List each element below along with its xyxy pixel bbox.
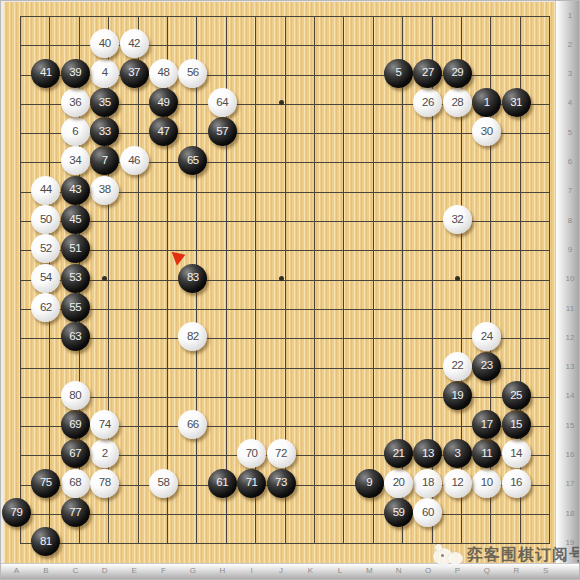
stone-number: 22 — [451, 360, 463, 372]
stone-40-white[interactable]: 40 — [90, 29, 119, 58]
stone-number: 49 — [158, 97, 170, 109]
stone-number: 15 — [510, 419, 522, 431]
column-label-H: H — [219, 567, 225, 575]
stone-47-black[interactable]: 47 — [149, 117, 178, 146]
column-label-G: G — [190, 567, 196, 575]
row-label-7: 7 — [562, 187, 578, 195]
stone-81-black[interactable]: 81 — [31, 527, 60, 556]
stone-number: 35 — [99, 97, 111, 109]
stone-75-black[interactable]: 75 — [31, 469, 60, 498]
stone-30-white[interactable]: 30 — [472, 117, 501, 146]
stone-55-black[interactable]: 55 — [61, 293, 90, 322]
stone-78-white[interactable]: 78 — [90, 469, 119, 498]
stone-26-white[interactable]: 26 — [413, 88, 442, 117]
row-label-10: 10 — [562, 275, 578, 283]
stone-number: 14 — [510, 448, 522, 460]
stone-number: 31 — [510, 97, 522, 109]
stone-number: 66 — [187, 419, 199, 431]
stone-number: 44 — [40, 184, 52, 196]
stone-62-white[interactable]: 62 — [31, 293, 60, 322]
yike-logo-icon — [431, 542, 467, 568]
stone-36-white[interactable]: 36 — [61, 88, 90, 117]
stone-14-white[interactable]: 14 — [502, 439, 531, 468]
stone-number: 55 — [69, 302, 81, 314]
stone-number: 56 — [187, 67, 199, 79]
row-coordinate-strip — [555, 1, 580, 580]
stone-11-black[interactable]: 11 — [472, 439, 501, 468]
stone-number: 13 — [422, 448, 434, 460]
stone-number: 33 — [99, 126, 111, 138]
stone-number: 83 — [187, 272, 199, 284]
stone-number: 80 — [69, 390, 81, 402]
watermark-text: 弈客围棋订阅号 — [467, 545, 580, 566]
stone-3-black[interactable]: 3 — [443, 439, 472, 468]
stone-51-black[interactable]: 51 — [61, 234, 90, 263]
stone-27-black[interactable]: 27 — [413, 59, 442, 88]
stone-66-white[interactable]: 66 — [178, 410, 207, 439]
stone-43-black[interactable]: 43 — [61, 176, 90, 205]
stone-32-white[interactable]: 32 — [443, 205, 472, 234]
stone-number: 63 — [69, 331, 81, 343]
row-label-6: 6 — [562, 158, 578, 166]
stone-2-white[interactable]: 2 — [90, 439, 119, 468]
watermark: 弈客围棋订阅号 — [431, 541, 580, 569]
column-label-A: A — [14, 567, 19, 575]
stone-29-black[interactable]: 29 — [443, 59, 472, 88]
stone-number: 2 — [102, 448, 108, 460]
stone-number: 40 — [99, 38, 111, 50]
stone-17-black[interactable]: 17 — [472, 410, 501, 439]
column-label-N: N — [396, 567, 402, 575]
stone-number: 9 — [366, 477, 372, 489]
stone-13-black[interactable]: 13 — [413, 439, 442, 468]
stone-48-white[interactable]: 48 — [149, 59, 178, 88]
stone-58-white[interactable]: 58 — [149, 469, 178, 498]
stone-number: 6 — [72, 126, 78, 138]
row-label-11: 11 — [562, 305, 578, 313]
stone-18-white[interactable]: 18 — [413, 469, 442, 498]
stone-67-black[interactable]: 67 — [61, 439, 90, 468]
last-move-marker-icon — [171, 252, 185, 266]
row-label-1: 1 — [562, 12, 578, 20]
stone-number: 62 — [40, 302, 52, 314]
row-label-5: 5 — [562, 129, 578, 137]
stone-number: 26 — [422, 97, 434, 109]
stone-number: 32 — [451, 214, 463, 226]
row-label-2: 2 — [562, 41, 578, 49]
stone-number: 78 — [99, 477, 111, 489]
stone-number: 59 — [393, 507, 405, 519]
stone-number: 10 — [481, 477, 493, 489]
stone-35-black[interactable]: 35 — [90, 88, 119, 117]
stone-53-black[interactable]: 53 — [61, 264, 90, 293]
stone-number: 68 — [69, 477, 81, 489]
stone-number: 12 — [451, 477, 463, 489]
stone-number: 29 — [451, 67, 463, 79]
stone-24-white[interactable]: 24 — [472, 322, 501, 351]
row-label-16: 16 — [562, 451, 578, 459]
stone-31-black[interactable]: 31 — [502, 88, 531, 117]
row-label-15: 15 — [562, 422, 578, 430]
stone-12-white[interactable]: 12 — [443, 469, 472, 498]
stone-number: 64 — [216, 97, 228, 109]
stone-number: 5 — [396, 67, 402, 79]
stone-16-white[interactable]: 16 — [502, 469, 531, 498]
column-label-K: K — [308, 567, 313, 575]
stone-number: 52 — [40, 243, 52, 255]
stone-number: 43 — [69, 184, 81, 196]
stone-number: 28 — [451, 97, 463, 109]
column-label-E: E — [131, 567, 136, 575]
stone-70-white[interactable]: 70 — [237, 439, 266, 468]
stone-number: 51 — [69, 243, 81, 255]
stone-15-black[interactable]: 15 — [502, 410, 531, 439]
stone-number: 34 — [69, 155, 81, 167]
stone-number: 3 — [454, 448, 460, 460]
stone-5-black[interactable]: 5 — [384, 59, 413, 88]
stone-68-white[interactable]: 68 — [61, 469, 90, 498]
stone-number: 54 — [40, 272, 52, 284]
stone-number: 58 — [158, 477, 170, 489]
stone-80-white[interactable]: 80 — [61, 381, 90, 410]
stone-number: 19 — [451, 390, 463, 402]
stone-39-black[interactable]: 39 — [61, 59, 90, 88]
stone-65-black[interactable]: 65 — [178, 146, 207, 175]
stone-number: 38 — [99, 184, 111, 196]
stone-number: 4 — [102, 67, 108, 79]
stone-number: 81 — [40, 536, 52, 548]
stone-number: 37 — [128, 67, 140, 79]
row-label-12: 12 — [562, 334, 578, 342]
stone-45-black[interactable]: 45 — [61, 205, 90, 234]
stone-6-white[interactable]: 6 — [61, 117, 90, 146]
stone-22-white[interactable]: 22 — [443, 352, 472, 381]
stone-59-black[interactable]: 59 — [384, 498, 413, 527]
stone-82-white[interactable]: 82 — [178, 322, 207, 351]
stone-number: 30 — [481, 126, 493, 138]
stone-number: 36 — [69, 97, 81, 109]
stone-7-black[interactable]: 7 — [90, 146, 119, 175]
stone-number: 65 — [187, 155, 199, 167]
stone-number: 79 — [11, 507, 23, 519]
stone-number: 41 — [40, 67, 52, 79]
stone-1-black[interactable]: 1 — [472, 88, 501, 117]
stone-71-black[interactable]: 71 — [237, 469, 266, 498]
stone-57-black[interactable]: 57 — [208, 117, 237, 146]
stone-63-black[interactable]: 63 — [61, 322, 90, 351]
stone-number: 18 — [422, 477, 434, 489]
stone-56-white[interactable]: 56 — [178, 59, 207, 88]
stone-60-white[interactable]: 60 — [413, 498, 442, 527]
stone-33-black[interactable]: 33 — [90, 117, 119, 146]
stone-number: 21 — [393, 448, 405, 460]
stone-38-white[interactable]: 38 — [90, 176, 119, 205]
stone-52-white[interactable]: 52 — [31, 234, 60, 263]
stone-number: 67 — [69, 448, 81, 460]
stone-83-black[interactable]: 83 — [178, 264, 207, 293]
stone-64-white[interactable]: 64 — [208, 88, 237, 117]
stone-10-white[interactable]: 10 — [472, 469, 501, 498]
stone-number: 42 — [128, 38, 140, 50]
stone-54-white[interactable]: 54 — [31, 264, 60, 293]
stone-number: 53 — [69, 272, 81, 284]
stone-number: 1 — [484, 97, 490, 109]
stone-number: 11 — [481, 448, 492, 460]
stone-20-white[interactable]: 20 — [384, 469, 413, 498]
stone-number: 16 — [510, 477, 522, 489]
stone-number: 48 — [158, 67, 170, 79]
stone-77-black[interactable]: 77 — [61, 498, 90, 527]
stone-number: 75 — [40, 477, 52, 489]
stone-9-black[interactable]: 9 — [355, 469, 384, 498]
stone-72-white[interactable]: 72 — [267, 439, 296, 468]
row-label-9: 9 — [562, 246, 578, 254]
stone-number: 74 — [99, 419, 111, 431]
stone-number: 71 — [246, 477, 258, 489]
go-diagram: 1234567910111213141516171819202122232425… — [0, 0, 580, 580]
stone-50-white[interactable]: 50 — [31, 205, 60, 234]
stone-69-black[interactable]: 69 — [61, 410, 90, 439]
stone-49-black[interactable]: 49 — [149, 88, 178, 117]
row-label-8: 8 — [562, 217, 578, 225]
column-label-D: D — [102, 567, 108, 575]
stone-44-white[interactable]: 44 — [31, 176, 60, 205]
stone-23-black[interactable]: 23 — [472, 352, 501, 381]
stone-46-white[interactable]: 46 — [120, 146, 149, 175]
stone-37-black[interactable]: 37 — [120, 59, 149, 88]
stone-61-black[interactable]: 61 — [208, 469, 237, 498]
stone-number: 20 — [393, 477, 405, 489]
stone-number: 45 — [69, 214, 81, 226]
stone-number: 77 — [69, 507, 81, 519]
row-label-18: 18 — [562, 510, 578, 518]
stone-number: 25 — [510, 390, 522, 402]
stone-number: 24 — [481, 331, 493, 343]
stone-number: 61 — [216, 477, 228, 489]
row-label-4: 4 — [562, 99, 578, 107]
stone-number: 82 — [187, 331, 199, 343]
stone-number: 7 — [102, 155, 108, 167]
column-label-J: J — [279, 567, 283, 575]
column-label-B: B — [43, 567, 48, 575]
stone-79-black[interactable]: 79 — [2, 498, 31, 527]
stone-21-black[interactable]: 21 — [384, 439, 413, 468]
stone-number: 73 — [275, 477, 287, 489]
column-label-F: F — [161, 567, 166, 575]
stone-34-white[interactable]: 34 — [61, 146, 90, 175]
stone-number: 70 — [246, 448, 258, 460]
stone-number: 23 — [481, 360, 493, 372]
stone-19-black[interactable]: 19 — [443, 381, 472, 410]
stone-42-white[interactable]: 42 — [120, 29, 149, 58]
column-label-I: I — [251, 567, 253, 575]
stone-number: 47 — [158, 126, 170, 138]
stone-73-black[interactable]: 73 — [267, 469, 296, 498]
column-label-C: C — [72, 567, 78, 575]
stone-4-white[interactable]: 4 — [90, 59, 119, 88]
stone-number: 50 — [40, 214, 52, 226]
stone-number: 39 — [69, 67, 81, 79]
stone-25-black[interactable]: 25 — [502, 381, 531, 410]
stone-74-white[interactable]: 74 — [90, 410, 119, 439]
stones-layer: 1234567910111213141516171819202122232425… — [2, 0, 561, 557]
stone-number: 69 — [69, 419, 81, 431]
stone-number: 60 — [422, 507, 434, 519]
stone-number: 27 — [422, 67, 434, 79]
stone-number: 17 — [481, 419, 493, 431]
stone-number: 57 — [216, 126, 228, 138]
column-label-L: L — [338, 567, 342, 575]
row-label-13: 13 — [562, 363, 578, 371]
column-label-M: M — [366, 567, 373, 575]
stone-28-white[interactable]: 28 — [443, 88, 472, 117]
stone-number: 72 — [275, 448, 287, 460]
stone-41-black[interactable]: 41 — [31, 59, 60, 88]
row-label-3: 3 — [562, 70, 578, 78]
row-label-17: 17 — [562, 480, 578, 488]
stone-number: 46 — [128, 155, 140, 167]
row-label-14: 14 — [562, 392, 578, 400]
